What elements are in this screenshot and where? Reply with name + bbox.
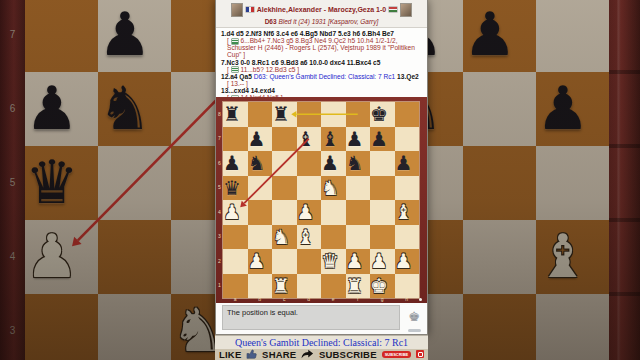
square-h5 [536,146,609,220]
file-label-g: g [370,296,395,302]
square-h5[interactable] [395,176,420,201]
square-h4[interactable]: ♝ [395,200,420,225]
action-bar: LIKE SHARE SUBSCRIBE SUBSCRIBE [215,349,428,360]
square-f6[interactable]: ♞ [346,151,371,176]
black-queen: ♛ [25,149,79,216]
black-pawn[interactable]: ♟ [370,128,388,150]
notation-line: 13...cxd4 14.exd4 [221,87,424,94]
white-pawn[interactable]: ♟ [297,201,315,223]
white-player-photo [231,3,243,17]
game-header: Alekhine,Alexander - Maroczy,Geza 1-0 D6… [216,0,427,28]
black-bishop[interactable]: ♝ [297,128,315,150]
notation-line: [ 6...Bb4+ 7.Nc3 g5 8.Bg3 Ne4 9.Qc2 h5 1… [221,37,424,58]
black-knight[interactable]: ♞ [248,152,266,174]
subscribe-bell-icon[interactable] [416,350,424,358]
square-h8[interactable] [395,102,420,127]
square-g8[interactable]: ♚ [370,102,395,127]
rank-label-7: 7 [216,135,223,141]
move-text[interactable]: 12.a4 Qa5 [221,73,254,80]
rank-label-4: 4 [216,209,223,215]
white-pawn: ♟ [25,223,79,290]
chessbase-window: Alekhine,Alexander - Maroczy,Geza 1-0 D6… [215,0,428,335]
black-knight: ♞ [98,75,152,142]
square-a5: ♛ [25,146,98,220]
variation-text[interactable]: [ 13.-- ] [227,80,248,87]
black-bishop[interactable]: ♝ [321,128,339,150]
black-knight[interactable]: ♞ [346,152,364,174]
variation-text[interactable]: 11...b5? 12.Bd3 c5 ] [239,66,299,73]
black-king[interactable]: ♚ [370,103,388,125]
black-pawn[interactable]: ♟ [395,152,413,174]
subscribe-pill-button[interactable]: SUBSCRIBE [382,351,412,358]
players-row: Alekhine,Alexander - Maroczy,Geza 1-0 [231,3,412,17]
square-c6[interactable] [272,151,297,176]
variation-text[interactable]: [ [227,66,231,73]
square-h1[interactable] [395,274,420,299]
king-icon: ♚ [408,310,420,323]
opening-name[interactable]: D63: Queen's Gambit Declined: Classical:… [254,73,396,80]
share-button[interactable]: SHARE [262,349,296,360]
white-queen[interactable]: ♛ [321,250,339,272]
square-d4[interactable]: ♟ [297,200,322,225]
white-rook[interactable]: ♜ [346,275,364,297]
annotation-text-box[interactable]: The position is equal. [222,305,400,330]
share-arrow-icon[interactable] [301,349,314,359]
subscribe-button[interactable]: SUBSCRIBE [319,349,377,360]
square-e4[interactable] [321,200,346,225]
black-pawn: ♟ [98,1,152,68]
thumbs-up-icon[interactable] [246,349,257,359]
caption-strip: Queen's Gambit Declined: Classical: 7 Rc… [215,335,428,349]
variation-text[interactable]: 6...Bb4+ 7.Nc3 g5 8.Bg3 Ne4 9.Qc2 h5 10.… [227,37,415,58]
square-f8[interactable] [346,102,371,127]
white-rook[interactable]: ♜ [272,275,290,297]
square-d1[interactable] [297,274,322,299]
white-bishop[interactable]: ♝ [395,201,413,223]
board-section: ♜♜♚♟♝♝♟♟♟♞♟♞♟♛♞♟♟♝♞♝♟♛♟♟♟♜♜♚ 87654321abc… [216,97,427,303]
square-f2[interactable]: ♟ [346,249,371,274]
white-pawn[interactable]: ♟ [395,250,413,272]
move-text[interactable]: 7.Nc3 0-0 8.Rc1 c6 9.Bd3 a6 10.0-0 dxc4 … [221,59,380,66]
square-g4 [463,220,536,294]
square-a2[interactable] [223,249,248,274]
square-h4: ♝ [536,220,609,294]
square-g1[interactable]: ♚ [370,274,395,299]
rank-label-5: 5 [216,184,223,190]
square-h7 [536,0,609,72]
square-a7 [25,0,98,72]
file-label-c: c [272,296,297,302]
rank-label-2: 2 [216,258,223,264]
square-h2[interactable]: ♟ [395,249,420,274]
move-text[interactable]: 13...cxd4 14.exd4 [221,87,275,94]
square-d2[interactable] [297,249,322,274]
square-e2[interactable]: ♛ [321,249,346,274]
square-a5[interactable]: ♛ [223,176,248,201]
square-c7[interactable] [272,127,297,152]
opening-caption: Queen's Gambit Declined: Classical: 7 Rc… [235,337,408,348]
square-e8[interactable] [321,102,346,127]
square-b8[interactable] [248,102,273,127]
like-button[interactable]: LIKE [219,349,241,360]
hungary-flag-icon [389,7,397,12]
white-pawn[interactable]: ♟ [223,201,241,223]
square-e6[interactable]: ♟ [321,151,346,176]
event-row: D63 Bled it (24) 1931 [Kasparov, Garry] [265,18,379,25]
square-f3[interactable] [346,225,371,250]
square-b4 [98,220,171,294]
bg-rank-label-4: 4 [0,251,25,262]
white-bishop: ♝ [536,223,590,290]
white-pawn[interactable]: ♟ [370,250,388,272]
square-b7: ♟ [98,0,171,72]
square-a8[interactable]: ♜ [223,102,248,127]
square-g7[interactable]: ♟ [370,127,395,152]
square-f7[interactable]: ♟ [346,127,371,152]
square-g7: ♟ [463,0,536,72]
square-c1[interactable]: ♜ [272,274,297,299]
notation-line: 7.Nc3 0-0 8.Rc1 c6 9.Bd3 a6 10.0-0 dxc4 … [221,59,424,66]
square-g4[interactable] [370,200,395,225]
file-label-h: h [395,296,420,302]
square-f4[interactable] [346,200,371,225]
square-f5[interactable] [346,176,371,201]
france-flag-icon [246,7,254,12]
square-d6[interactable] [297,151,322,176]
square-h6: ♟ [536,72,609,146]
white-knight[interactable]: ♞ [272,226,290,248]
players-result: Alekhine,Alexander - Maroczy,Geza 1-0 [257,6,386,13]
square-h6[interactable]: ♟ [395,151,420,176]
move-text[interactable]: 1.d4 d5 2.Nf3 Nf6 3.c4 e6 4.Bg5 Nbd7 5.e… [221,30,394,37]
square-b5 [98,146,171,220]
black-player-photo [400,3,412,17]
square-g3 [463,294,536,360]
event-line: D63 Bled it (24) 1931 [Kasparov, Garry] [265,18,379,25]
file-label-a: a [223,296,248,302]
file-label-b: b [248,296,273,302]
video-frame: ♜♜♚♟♝♝♟♟♟♞♟♞♟♛♞♟♟♝♞♝♟♛♟♟♟♜♜♚ 76543 Alekh… [0,0,640,360]
square-a4: ♟ [25,220,98,294]
square-a6: ♟ [25,72,98,146]
black-pawn: ♟ [463,1,517,68]
black-pawn[interactable]: ♟ [223,152,241,174]
square-a3 [25,294,98,360]
rank-label-1: 1 [216,282,223,288]
square-d7[interactable]: ♝ [297,127,322,152]
square-c4[interactable] [272,200,297,225]
rank-label-8: 8 [216,111,223,117]
square-g5[interactable] [370,176,395,201]
eco-code: D63 [265,18,277,25]
black-rook[interactable]: ♜ [223,103,241,125]
square-b6: ♞ [98,72,171,146]
comment-panel: The position is equal. ♚ [216,303,427,334]
square-b3 [98,294,171,360]
white-pawn[interactable]: ♟ [248,250,266,272]
square-g2[interactable]: ♟ [370,249,395,274]
square-g5 [463,146,536,220]
square-h7[interactable] [395,127,420,152]
notation-line: [ 13.-- ] [221,80,424,87]
square-h3[interactable] [395,225,420,250]
white-bishop[interactable]: ♝ [297,226,315,248]
background-board-right-frame [609,0,640,360]
square-b6[interactable]: ♞ [248,151,273,176]
notation-line: [ 11...b5? 12.Bd3 c5 ] [221,66,424,73]
square-b4[interactable] [248,200,273,225]
square-a6[interactable]: ♟ [223,151,248,176]
square-c3[interactable]: ♞ [272,225,297,250]
file-label-d: d [297,296,322,302]
square-a1[interactable] [223,274,248,299]
square-c8[interactable]: ♜ [272,102,297,127]
move-text[interactable]: 13.Qe2 [395,73,418,80]
square-b2[interactable]: ♟ [248,249,273,274]
black-pawn[interactable]: ♟ [248,128,266,150]
square-e7[interactable]: ♝ [321,127,346,152]
bg-rank-label-3: 3 [0,325,25,336]
notation-line: 12.a4 Qa5 D63: Queen's Gambit Declined: … [221,73,424,80]
square-a4[interactable]: ♟ [223,200,248,225]
frame-handle-dot [419,298,423,302]
rank-label-3: 3 [216,233,223,239]
white-pawn[interactable]: ♟ [346,250,364,272]
variation-text[interactable]: [ [227,37,231,44]
comment-scrollbar[interactable] [408,329,421,332]
square-b1[interactable] [248,274,273,299]
black-pawn[interactable]: ♟ [346,128,364,150]
square-d5[interactable] [297,176,322,201]
square-d8[interactable] [297,102,322,127]
event-detail: Bled it (24) 1931 [Kasparov, Garry] [278,18,378,25]
square-c5[interactable] [272,176,297,201]
square-a7[interactable] [223,127,248,152]
black-pawn: ♟ [536,75,590,142]
notation-panel[interactable]: 1.d4 d5 2.Nf3 Nf6 3.c4 e6 4.Bg5 Nbd7 5.e… [216,28,427,97]
square-c2[interactable] [272,249,297,274]
square-b3[interactable] [248,225,273,250]
square-b5[interactable] [248,176,273,201]
file-label-f: f [346,296,371,302]
square-h3 [536,294,609,360]
reference-book-icon [232,67,238,72]
square-b7[interactable]: ♟ [248,127,273,152]
square-e3[interactable] [321,225,346,250]
file-label-e: e [321,296,346,302]
square-f1[interactable]: ♜ [346,274,371,299]
square-g6 [463,72,536,146]
bg-rank-label-5: 5 [0,177,25,188]
chess-board[interactable]: ♜♜♚♟♝♝♟♟♟♞♟♞♟♛♞♟♟♝♞♝♟♛♟♟♟♜♜♚ [223,102,419,298]
notation-line: 1.d4 d5 2.Nf3 Nf6 3.c4 e6 4.Bg5 Nbd7 5.e… [221,30,424,37]
square-e5[interactable]: ♞ [321,176,346,201]
black-queen[interactable]: ♛ [223,177,241,199]
black-rook[interactable]: ♜ [272,103,290,125]
analysis-overlay-column: Alekhine,Alexander - Maroczy,Geza 1-0 D6… [215,0,428,360]
bg-rank-label-6: 6 [0,103,25,114]
square-d3[interactable]: ♝ [297,225,322,250]
white-king[interactable]: ♚ [370,275,388,297]
black-pawn: ♟ [25,75,79,142]
rank-label-6: 6 [216,160,223,166]
square-g6[interactable] [370,151,395,176]
bg-rank-label-7: 7 [0,29,25,40]
square-g3[interactable] [370,225,395,250]
square-e1[interactable] [321,274,346,299]
square-a3[interactable] [223,225,248,250]
reference-book-icon [232,39,238,44]
white-knight[interactable]: ♞ [321,177,339,199]
background-board-left-frame: 76543 [0,0,25,360]
black-pawn[interactable]: ♟ [321,152,339,174]
